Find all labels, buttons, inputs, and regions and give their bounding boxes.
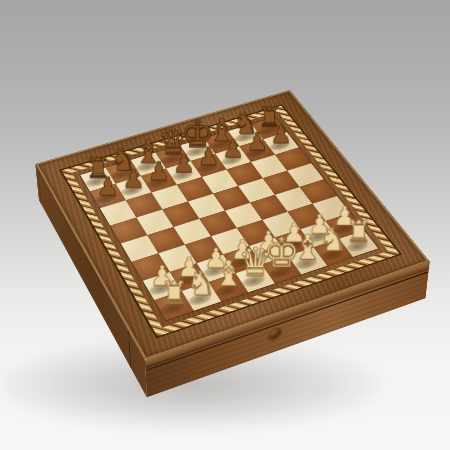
- piece-shadow-b7: [118, 183, 145, 198]
- piece-shadow-c2: [200, 262, 229, 279]
- product-photo: ♜♞♝♛♚♝♞♜♟♟♟♟♟♟♟♟♟♟♟♟♟♟♟♟♜♞♝♛♚♝♞♜: [0, 0, 450, 450]
- piece-shadow-f2: [279, 237, 308, 253]
- piece-shadow-d7: [169, 168, 196, 183]
- piece-shadow-h2: [330, 220, 358, 236]
- piece-shadow-f8: [207, 138, 233, 152]
- piece-shadow-e2: [253, 245, 282, 262]
- piece-shadow-h7: [267, 139, 293, 153]
- piece-shadow-g8: [231, 130, 257, 144]
- piece-shadow-g7: [243, 146, 269, 160]
- piece-shadow-b2: [173, 271, 202, 288]
- piece-shadow-e7: [194, 160, 221, 174]
- chess-chest: ♜♞♝♛♚♝♞♜♟♟♟♟♟♟♟♟♟♟♟♟♟♟♟♟♜♞♝♛♚♝♞♜: [36, 90, 430, 360]
- piece-shadow-g2: [304, 229, 332, 245]
- piece-shadow-h8: [255, 123, 281, 137]
- piece-shadow-e8: [183, 145, 209, 159]
- board-top: ♜♞♝♛♚♝♞♜♟♟♟♟♟♟♟♟♟♟♟♟♟♟♟♟♜♞♝♛♚♝♞♜: [36, 90, 430, 360]
- piece-shadow-f7: [218, 153, 245, 167]
- piece-shadow-d8: [158, 152, 184, 166]
- piece-shadow-a2: [146, 280, 175, 297]
- drawer-knob: [269, 326, 282, 340]
- piece-shadow-c7: [144, 175, 171, 190]
- piece-shadow-b8: [108, 167, 135, 182]
- piece-shadow-a7: [93, 191, 120, 206]
- piece-shadow-c8: [134, 159, 161, 173]
- scene: ♜♞♝♛♚♝♞♜♟♟♟♟♟♟♟♟♟♟♟♟♟♟♟♟♜♞♝♛♚♝♞♜: [0, 0, 450, 450]
- piece-shadow-d2: [227, 254, 256, 271]
- piece-shadow-a8: [83, 174, 110, 189]
